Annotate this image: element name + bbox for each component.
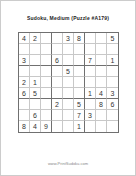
cell-r7c6: 5: [74, 99, 85, 110]
cell-r8c7: 3: [85, 110, 96, 121]
cell-r1c9: 5: [107, 33, 118, 44]
cell-r1c8: [96, 33, 107, 44]
cell-r9c6: 1: [74, 121, 85, 132]
cell-r5c3: [41, 77, 52, 88]
cell-r9c5: [63, 121, 74, 132]
cell-r2c9: [107, 44, 118, 55]
cell-r9c4: [52, 121, 63, 132]
cell-r9c8: [96, 121, 107, 132]
cell-r5c1: 2: [19, 77, 30, 88]
cell-r7c4: 2: [52, 99, 63, 110]
cell-r1c3: [41, 33, 52, 44]
cell-r1c1: 4: [19, 33, 30, 44]
cell-r9c9: [107, 121, 118, 132]
cell-r2c7: [85, 44, 96, 55]
cell-r7c1: [19, 99, 30, 110]
cell-r7c7: [85, 99, 96, 110]
cell-r4c4: [52, 66, 63, 77]
cell-r3c5: [63, 55, 74, 66]
cell-r1c5: 3: [63, 33, 74, 44]
cell-r7c8: 8: [96, 99, 107, 110]
cell-r3c2: [30, 55, 41, 66]
cell-r3c3: [41, 55, 52, 66]
cell-r5c8: [96, 77, 107, 88]
cell-r7c5: [63, 99, 74, 110]
cell-r3c8: [96, 55, 107, 66]
cell-r8c6: 7: [74, 110, 85, 121]
cell-r6c8: 4: [96, 88, 107, 99]
cell-r2c3: [41, 44, 52, 55]
cell-r8c2: 6: [30, 110, 41, 121]
footer-url: www.PrintSudoku.com: [1, 161, 135, 166]
cell-r4c2: [30, 66, 41, 77]
cell-r9c2: 4: [30, 121, 41, 132]
cell-r6c3: [41, 88, 52, 99]
cell-r9c3: 9: [41, 121, 52, 132]
cell-r8c1: [19, 110, 30, 121]
cell-r3c1: 3: [19, 55, 30, 66]
cell-r7c9: 6: [107, 99, 118, 110]
cell-r4c7: [85, 66, 96, 77]
cell-r8c8: [96, 110, 107, 121]
cell-r8c5: [63, 110, 74, 121]
cell-r6c1: 6: [19, 88, 30, 99]
cell-r4c5: 5: [63, 66, 74, 77]
cell-r6c7: 1: [85, 88, 96, 99]
cell-r2c1: [19, 44, 30, 55]
cell-r6c4: [52, 88, 63, 99]
cell-r4c9: [107, 66, 118, 77]
cell-r1c4: [52, 33, 63, 44]
cell-r4c1: [19, 66, 30, 77]
cell-r1c7: [85, 33, 96, 44]
cell-r6c9: 3: [107, 88, 118, 99]
cell-r3c4: 6: [52, 55, 63, 66]
cell-r7c3: [41, 99, 52, 110]
cell-r3c6: [74, 55, 85, 66]
cell-r3c9: 1: [107, 55, 118, 66]
cell-r2c2: [30, 44, 41, 55]
cell-r4c8: [96, 66, 107, 77]
cell-r6c2: 5: [30, 88, 41, 99]
cell-r1c6: 8: [74, 33, 85, 44]
cell-r6c6: [74, 88, 85, 99]
cell-r7c2: [30, 99, 41, 110]
cell-r8c9: [107, 110, 118, 121]
cell-r5c5: [63, 77, 74, 88]
cell-r3c7: 7: [85, 55, 96, 66]
cell-r5c6: [74, 77, 85, 88]
cell-r1c2: 2: [30, 33, 41, 44]
cell-r4c6: [74, 66, 85, 77]
cell-r9c1: 8: [19, 121, 30, 132]
cell-r2c5: [63, 44, 74, 55]
sudoku-page: Sudoku, Medium (Puzzle #A179) 4238536715…: [0, 0, 136, 176]
cell-r2c6: [74, 44, 85, 55]
cell-r9c7: [85, 121, 96, 132]
cell-r5c2: 1: [30, 77, 41, 88]
cell-r5c4: [52, 77, 63, 88]
sudoku-board: 4238536715216514325866738491: [18, 32, 119, 133]
cell-r8c3: [41, 110, 52, 121]
cell-r6c5: [63, 88, 74, 99]
cell-r2c4: [52, 44, 63, 55]
puzzle-title: Sudoku, Medium (Puzzle #A179): [1, 15, 135, 21]
cell-r5c7: [85, 77, 96, 88]
cell-r5c9: [107, 77, 118, 88]
cell-r8c4: [52, 110, 63, 121]
cell-r2c8: [96, 44, 107, 55]
cell-r4c3: [41, 66, 52, 77]
